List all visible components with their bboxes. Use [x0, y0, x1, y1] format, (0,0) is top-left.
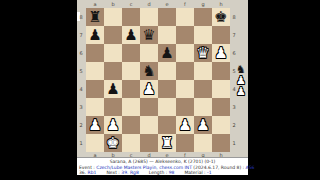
letterbox-right: [248, 0, 320, 180]
rank-label-5: 5: [77, 62, 85, 80]
square-c2[interactable]: [122, 116, 140, 134]
status-length: Length : 98: [149, 170, 175, 176]
square-f6[interactable]: [176, 44, 194, 62]
rank-label-8: 8: [230, 8, 238, 26]
piece-black-knight: ♞: [140, 62, 158, 80]
status-label: Length :: [149, 170, 169, 175]
file-label-f: f: [176, 1, 194, 7]
square-g5[interactable]: [194, 62, 212, 80]
piece-white-pawn: ♟: [104, 116, 122, 134]
file-label-b: b: [104, 1, 122, 7]
square-a4[interactable]: [86, 80, 104, 98]
piece-black-pawn: ♟: [86, 26, 104, 44]
file-label-d: d: [140, 1, 158, 7]
event-link[interactable]: Czech/Lube Masters Playin, chess.com INT: [96, 165, 192, 170]
square-e6[interactable]: ♟: [158, 44, 176, 62]
square-e1[interactable]: ♜: [158, 134, 176, 152]
chess-board[interactable]: ♜♚♟♟♛♟♛♟♞♟♟♟♟♟♟♚♜: [86, 8, 230, 152]
square-a3[interactable]: [86, 98, 104, 116]
game-status-line: 36. Rb1Next : 39. Rg8Length : 98Material…: [77, 170, 248, 176]
square-f1[interactable]: [176, 134, 194, 152]
rank-label-7: 7: [230, 26, 238, 44]
status-next: Next : 39. Rg8: [106, 170, 138, 176]
piece-black-rook: ♜: [86, 8, 104, 26]
square-f8[interactable]: [176, 8, 194, 26]
status-label: Material :: [184, 170, 207, 175]
square-b1[interactable]: ♚: [104, 134, 122, 152]
status-value: Rb1: [88, 170, 97, 175]
letterbox-left: [0, 0, 77, 180]
status-value: 39. Rg8: [121, 170, 138, 175]
square-b4[interactable]: ♟: [104, 80, 122, 98]
file-label-h: h: [212, 1, 230, 7]
square-d2[interactable]: [140, 116, 158, 134]
square-e3[interactable]: [158, 98, 176, 116]
eco-code: A56: [246, 165, 255, 170]
square-f3[interactable]: [176, 98, 194, 116]
status-label: Next :: [106, 170, 121, 175]
piece-white-pawn: ♟: [212, 44, 230, 62]
file-label-a: a: [86, 1, 104, 7]
square-f4[interactable]: [176, 80, 194, 98]
square-h2[interactable]: [212, 116, 230, 134]
square-d3[interactable]: [140, 98, 158, 116]
square-g4[interactable]: [194, 80, 212, 98]
square-e8[interactable]: [158, 8, 176, 26]
square-c6[interactable]: [122, 44, 140, 62]
status-value: 98: [169, 170, 175, 175]
chess-gui-panel: abcdefgh abcdefgh 87654321 87654321 ♜♚♟♟…: [77, 0, 248, 175]
square-h6[interactable]: ♟: [212, 44, 230, 62]
square-c7[interactable]: ♟: [122, 26, 140, 44]
square-h4[interactable]: [212, 80, 230, 98]
status-value: -1: [207, 170, 212, 175]
piece-white-rook: ♜: [158, 134, 176, 152]
square-d5[interactable]: ♞: [140, 62, 158, 80]
square-g1[interactable]: [194, 134, 212, 152]
square-f5[interactable]: [176, 62, 194, 80]
square-c1[interactable]: [122, 134, 140, 152]
rank-label-1: 1: [77, 134, 85, 152]
rank-label-7: 7: [77, 26, 85, 44]
square-d8[interactable]: [140, 8, 158, 26]
square-a5[interactable]: [86, 62, 104, 80]
square-b5[interactable]: [104, 62, 122, 80]
video-frame: abcdefgh abcdefgh 87654321 87654321 ♜♚♟♟…: [0, 0, 320, 180]
square-h8[interactable]: ♚: [212, 8, 230, 26]
piece-white-pawn: ♟: [194, 116, 212, 134]
square-d7[interactable]: ♛: [140, 26, 158, 44]
square-g7[interactable]: [194, 26, 212, 44]
piece-white-queen: ♛: [194, 44, 212, 62]
material-difference-tray: ♞♟♟: [234, 64, 248, 97]
square-b3[interactable]: [104, 98, 122, 116]
tray-white-pawn: ♟: [234, 86, 248, 97]
piece-white-pawn: ♟: [140, 80, 158, 98]
status-material: Material : -1: [184, 170, 211, 176]
square-g2[interactable]: ♟: [194, 116, 212, 134]
square-h7[interactable]: [212, 26, 230, 44]
square-g3[interactable]: [194, 98, 212, 116]
square-a6[interactable]: [86, 44, 104, 62]
square-h5[interactable]: [212, 62, 230, 80]
rank-label-3: 3: [230, 98, 238, 116]
square-d1[interactable]: [140, 134, 158, 152]
game-caption: Sarana, A (2685) — Alekseenko, K (2701) …: [77, 157, 248, 175]
piece-black-queen: ♛: [140, 26, 158, 44]
rank-label-8: 8: [77, 8, 85, 26]
status-label: 36.: [79, 170, 88, 175]
square-h1[interactable]: [212, 134, 230, 152]
piece-white-pawn: ♟: [86, 116, 104, 134]
square-c5[interactable]: [122, 62, 140, 80]
file-labels-top: abcdefgh: [86, 1, 230, 7]
square-b6[interactable]: [104, 44, 122, 62]
rank-label-6: 6: [77, 44, 85, 62]
square-c4[interactable]: [122, 80, 140, 98]
square-f7[interactable]: [176, 26, 194, 44]
square-e4[interactable]: [158, 80, 176, 98]
file-label-g: g: [194, 1, 212, 7]
rank-label-2: 2: [77, 116, 85, 134]
square-c8[interactable]: [122, 8, 140, 26]
rank-labels-left: 87654321: [77, 8, 85, 152]
status-36: 36. Rb1: [79, 170, 96, 176]
square-c3[interactable]: [122, 98, 140, 116]
square-a2[interactable]: ♟: [86, 116, 104, 134]
square-h3[interactable]: [212, 98, 230, 116]
rank-label-4: 4: [77, 80, 85, 98]
rank-label-6: 6: [230, 44, 238, 62]
file-label-e: e: [158, 1, 176, 7]
square-g8[interactable]: [194, 8, 212, 26]
piece-white-pawn: ♟: [176, 116, 194, 134]
piece-black-pawn: ♟: [158, 44, 176, 62]
square-b2[interactable]: ♟: [104, 116, 122, 134]
square-b8[interactable]: [104, 8, 122, 26]
event-label: Event :: [79, 165, 96, 170]
square-b7[interactable]: [104, 26, 122, 44]
square-e7[interactable]: [158, 26, 176, 44]
piece-black-pawn: ♟: [104, 80, 122, 98]
rank-label-1: 1: [230, 134, 238, 152]
rank-label-2: 2: [230, 116, 238, 134]
file-label-c: c: [122, 1, 140, 7]
square-d4[interactable]: ♟: [140, 80, 158, 98]
piece-black-pawn: ♟: [122, 26, 140, 44]
piece-black-king: ♚: [212, 8, 230, 26]
piece-white-king: ♚: [104, 134, 122, 152]
square-a7[interactable]: ♟: [86, 26, 104, 44]
square-f2[interactable]: ♟: [176, 116, 194, 134]
square-d6[interactable]: [140, 44, 158, 62]
square-g6[interactable]: ♛: [194, 44, 212, 62]
square-a8[interactable]: ♜: [86, 8, 104, 26]
square-a1[interactable]: [86, 134, 104, 152]
event-date-round: (2024.6.17, Round 8) :: [192, 165, 246, 170]
square-e5[interactable]: [158, 62, 176, 80]
rank-label-3: 3: [77, 98, 85, 116]
square-e2[interactable]: [158, 116, 176, 134]
